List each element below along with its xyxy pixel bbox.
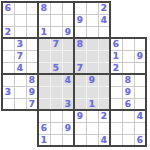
cell-r1c5[interactable] <box>50 2 62 14</box>
given-digit-r10c9[interactable]: 2 <box>98 110 110 122</box>
cell-r3c2[interactable] <box>14 26 26 38</box>
cell-r2c8[interactable] <box>86 14 98 26</box>
cell-r11c7[interactable] <box>74 122 86 134</box>
cell-r5c8[interactable] <box>86 50 98 62</box>
given-digit-r12c4[interactable]: 1 <box>38 134 50 146</box>
given-digit-r5c12[interactable]: 9 <box>134 50 146 62</box>
cell-r5c1[interactable] <box>2 50 14 62</box>
cell-r9c4[interactable] <box>38 98 50 110</box>
given-digit-r11c4[interactable]: 6 <box>38 122 50 134</box>
cell-r4c6[interactable] <box>62 38 74 50</box>
cell-r2c3[interactable] <box>26 14 38 26</box>
cell-r12c8[interactable] <box>86 134 98 146</box>
given-digit-r6c2[interactable]: 4 <box>14 62 26 74</box>
cell-r10c10[interactable] <box>110 110 122 122</box>
given-digit-r7c6[interactable]: 4 <box>62 74 74 86</box>
cell-r6c8[interactable] <box>86 62 98 74</box>
cell-r3c3[interactable] <box>26 26 38 38</box>
given-digit-r4c7[interactable]: 8 <box>74 38 86 50</box>
cell-r3c9[interactable] <box>98 26 110 38</box>
cell-r3c5[interactable] <box>50 26 62 38</box>
given-digit-r1c4[interactable]: 8 <box>38 2 50 14</box>
cell-r6c3[interactable] <box>26 62 38 74</box>
cell-r3c7[interactable] <box>74 26 86 38</box>
cell-r6c11[interactable] <box>122 62 134 74</box>
given-digit-r6c7[interactable]: 7 <box>74 62 86 74</box>
cell-r2c1[interactable] <box>2 14 14 26</box>
cell-r5c7[interactable] <box>74 50 86 62</box>
cell-r12c7[interactable] <box>74 134 86 146</box>
given-digit-r10c7[interactable]: 9 <box>74 110 86 122</box>
cell-r7c10[interactable] <box>110 74 122 86</box>
given-digit-r9c11[interactable]: 6 <box>122 98 134 110</box>
cell-r10c5[interactable] <box>50 110 62 122</box>
cell-r6c12[interactable] <box>134 62 146 74</box>
given-digit-r8c3[interactable]: 9 <box>26 86 38 98</box>
cell-r5c5[interactable] <box>50 50 62 62</box>
cell-r7c2[interactable] <box>14 74 26 86</box>
cell-r1c8[interactable] <box>86 2 98 14</box>
cell-r5c11[interactable] <box>122 50 134 62</box>
cell-r7c7[interactable] <box>74 74 86 86</box>
cell-r4c11[interactable] <box>122 38 134 50</box>
cell-r1c6[interactable] <box>62 2 74 14</box>
cell-r11c11[interactable] <box>122 122 134 134</box>
given-digit-r5c2[interactable]: 7 <box>14 50 26 62</box>
cell-r7c1[interactable] <box>2 74 14 86</box>
cell-r7c12[interactable] <box>134 74 146 86</box>
cell-r6c4[interactable] <box>38 62 50 74</box>
given-digit-r3c1[interactable]: 2 <box>2 26 14 38</box>
cell-r11c8[interactable] <box>86 122 98 134</box>
cell-r5c3[interactable] <box>26 50 38 62</box>
cell-r6c6[interactable] <box>62 62 74 74</box>
sudoku-board: 68294219378671945728498399731692469146 <box>0 0 150 150</box>
given-digit-r3c6[interactable]: 9 <box>62 26 74 38</box>
cell-r10c11[interactable] <box>122 110 134 122</box>
cell-r5c9[interactable] <box>98 50 110 62</box>
cell-r2c2[interactable] <box>14 14 26 26</box>
given-digit-r9c3[interactable]: 7 <box>26 98 38 110</box>
cell-r11c5[interactable] <box>50 122 62 134</box>
given-digit-r4c5[interactable]: 7 <box>50 38 62 50</box>
cell-r1c3[interactable] <box>26 2 38 14</box>
given-digit-r6c5[interactable]: 5 <box>50 62 62 74</box>
cell-r9c7[interactable] <box>74 98 86 110</box>
cell-r2c5[interactable] <box>50 14 62 26</box>
cell-r10c6[interactable] <box>62 110 74 122</box>
cell-r5c6[interactable] <box>62 50 74 62</box>
given-digit-r5c10[interactable]: 1 <box>110 50 122 62</box>
cell-r11c9[interactable] <box>98 122 110 134</box>
given-digit-r7c8[interactable]: 9 <box>86 74 98 86</box>
cell-r6c1[interactable] <box>2 62 14 74</box>
cell-r3c8[interactable] <box>86 26 98 38</box>
cell-r4c3[interactable] <box>26 38 38 50</box>
given-digit-r2c9[interactable]: 4 <box>98 14 110 26</box>
given-digit-r8c11[interactable]: 9 <box>122 86 134 98</box>
given-digit-r7c11[interactable]: 8 <box>122 74 134 86</box>
cell-r8c8[interactable] <box>86 86 98 98</box>
cell-r12c6[interactable] <box>62 134 74 146</box>
cell-r8c12[interactable] <box>134 86 146 98</box>
given-digit-r12c12[interactable]: 6 <box>134 134 146 146</box>
given-digit-r7c3[interactable]: 8 <box>26 74 38 86</box>
cell-r12c11[interactable] <box>122 134 134 146</box>
given-digit-r4c2[interactable]: 3 <box>14 38 26 50</box>
cell-r4c1[interactable] <box>2 38 14 50</box>
cell-r8c6[interactable] <box>62 86 74 98</box>
cell-r4c4[interactable] <box>38 38 50 50</box>
given-digit-r12c9[interactable]: 4 <box>98 134 110 146</box>
cell-r5c4[interactable] <box>38 50 50 62</box>
cell-r8c10[interactable] <box>110 86 122 98</box>
cell-r10c8[interactable] <box>86 110 98 122</box>
cell-r8c9[interactable] <box>98 86 110 98</box>
given-digit-r1c1[interactable]: 6 <box>2 2 14 14</box>
cell-r12c10[interactable] <box>110 134 122 146</box>
cell-r11c10[interactable] <box>110 122 122 134</box>
cell-r7c4[interactable] <box>38 74 50 86</box>
cell-r9c2[interactable] <box>14 98 26 110</box>
cell-r8c7[interactable] <box>74 86 86 98</box>
given-digit-r11c6[interactable]: 9 <box>62 122 74 134</box>
given-digit-r4c10[interactable]: 6 <box>110 38 122 50</box>
given-digit-r1c9[interactable]: 2 <box>98 2 110 14</box>
cell-r9c5[interactable] <box>50 98 62 110</box>
cell-r1c7[interactable] <box>74 2 86 14</box>
cell-r8c2[interactable] <box>14 86 26 98</box>
cell-r4c8[interactable] <box>86 38 98 50</box>
cell-r8c4[interactable] <box>38 86 50 98</box>
cell-r2c4[interactable] <box>38 14 50 26</box>
cell-r4c12[interactable] <box>134 38 146 50</box>
cell-r7c9[interactable] <box>98 74 110 86</box>
given-digit-r10c12[interactable]: 4 <box>134 110 146 122</box>
given-digit-r6c10[interactable]: 2 <box>110 62 122 74</box>
given-digit-r8c1[interactable]: 3 <box>2 86 14 98</box>
cell-r2c6[interactable] <box>62 14 74 26</box>
given-digit-r9c6[interactable]: 3 <box>62 98 74 110</box>
cell-r9c9[interactable] <box>98 98 110 110</box>
cell-r12c5[interactable] <box>50 134 62 146</box>
cell-r1c2[interactable] <box>14 2 26 14</box>
cell-r7c5[interactable] <box>50 74 62 86</box>
cell-r4c9[interactable] <box>98 38 110 50</box>
cell-r9c10[interactable] <box>110 98 122 110</box>
given-digit-r2c7[interactable]: 9 <box>74 14 86 26</box>
cell-r8c5[interactable] <box>50 86 62 98</box>
given-digit-r3c4[interactable]: 1 <box>38 26 50 38</box>
cell-r9c12[interactable] <box>134 98 146 110</box>
given-digit-r9c8[interactable]: 1 <box>86 98 98 110</box>
cell-r9c1[interactable] <box>2 98 14 110</box>
cell-r11c12[interactable] <box>134 122 146 134</box>
cell-r6c9[interactable] <box>98 62 110 74</box>
cell-r10c4[interactable] <box>38 110 50 122</box>
